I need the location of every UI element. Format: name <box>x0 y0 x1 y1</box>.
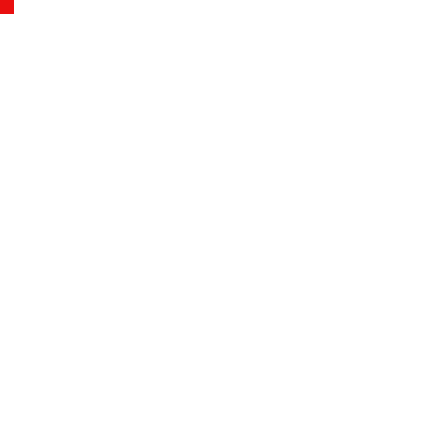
chess-board[interactable] <box>20 2 420 402</box>
chess-diagram <box>0 0 422 424</box>
rank-labels <box>0 2 20 402</box>
file-labels <box>20 402 420 424</box>
